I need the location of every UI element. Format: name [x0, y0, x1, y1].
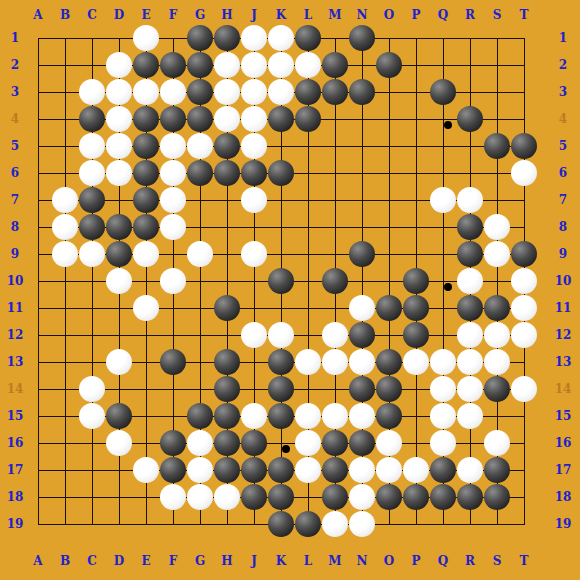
white-stone-R10 — [457, 268, 483, 294]
white-stone-F5 — [160, 133, 186, 159]
white-stone-S12 — [484, 322, 510, 348]
coord-left-8: 8 — [11, 220, 19, 234]
white-stone-N19 — [349, 511, 375, 537]
white-stone-K1 — [268, 25, 294, 51]
white-stone-R17 — [457, 457, 483, 483]
white-stone-Q14 — [430, 376, 456, 402]
black-stone-O13 — [376, 349, 402, 375]
coord-left-4: 4 — [11, 112, 19, 126]
white-stone-E3 — [133, 79, 159, 105]
coord-top-A: A — [33, 8, 42, 22]
black-stone-F2 — [160, 52, 186, 78]
white-stone-J3 — [241, 79, 267, 105]
coord-right-8: 8 — [559, 220, 567, 234]
black-stone-O15 — [376, 403, 402, 429]
coord-right-3: 3 — [559, 85, 567, 99]
black-stone-D8 — [106, 214, 132, 240]
coord-right-4: 4 — [559, 112, 567, 126]
coord-top-T: T — [520, 8, 529, 22]
coord-bottom-A: A — [33, 554, 42, 568]
black-stone-G1 — [187, 25, 213, 51]
black-stone-J17 — [241, 457, 267, 483]
black-stone-R11 — [457, 295, 483, 321]
white-stone-N17 — [349, 457, 375, 483]
black-stone-L1 — [295, 25, 321, 51]
coord-left-17: 17 — [7, 463, 24, 477]
coord-top-O: O — [384, 8, 394, 22]
coord-right-15: 15 — [555, 409, 572, 423]
coord-bottom-M: M — [328, 554, 341, 568]
white-stone-J5 — [241, 133, 267, 159]
black-stone-L19 — [295, 511, 321, 537]
coord-bottom-T: T — [520, 554, 529, 568]
coord-bottom-K: K — [276, 554, 286, 568]
white-stone-H3 — [214, 79, 240, 105]
black-stone-T5 — [511, 133, 537, 159]
white-stone-N15 — [349, 403, 375, 429]
black-stone-F4 — [160, 106, 186, 132]
white-stone-T12 — [511, 322, 537, 348]
black-stone-J16 — [241, 430, 267, 456]
coord-right-17: 17 — [555, 463, 572, 477]
white-stone-J12 — [241, 322, 267, 348]
black-stone-M17 — [322, 457, 348, 483]
black-stone-H1 — [214, 25, 240, 51]
white-stone-T11 — [511, 295, 537, 321]
white-stone-C14 — [79, 376, 105, 402]
coord-bottom-G: G — [195, 554, 205, 568]
black-stone-G15 — [187, 403, 213, 429]
coord-right-12: 12 — [555, 328, 572, 342]
coord-right-10: 10 — [555, 274, 572, 288]
coord-top-H: H — [221, 8, 232, 22]
black-stone-H6 — [214, 160, 240, 186]
coord-right-2: 2 — [559, 58, 567, 72]
coord-bottom-S: S — [493, 554, 502, 568]
white-stone-J2 — [241, 52, 267, 78]
coord-bottom-F: F — [169, 554, 178, 568]
white-stone-C6 — [79, 160, 105, 186]
white-stone-J15 — [241, 403, 267, 429]
white-stone-G16 — [187, 430, 213, 456]
white-stone-S9 — [484, 241, 510, 267]
coord-top-L: L — [304, 8, 312, 22]
black-stone-C4 — [79, 106, 105, 132]
white-stone-C15 — [79, 403, 105, 429]
coord-right-14: 14 — [555, 382, 572, 396]
white-stone-G5 — [187, 133, 213, 159]
white-stone-F10 — [160, 268, 186, 294]
black-stone-E7 — [133, 187, 159, 213]
coord-left-2: 2 — [11, 58, 19, 72]
coord-right-5: 5 — [559, 139, 567, 153]
black-stone-E5 — [133, 133, 159, 159]
coord-top-N: N — [357, 8, 368, 22]
white-stone-F8 — [160, 214, 186, 240]
black-stone-H5 — [214, 133, 240, 159]
coord-left-9: 9 — [11, 247, 19, 261]
white-stone-T6 — [511, 160, 537, 186]
black-stone-F16 — [160, 430, 186, 456]
coord-bottom-E: E — [141, 554, 150, 568]
white-stone-F6 — [160, 160, 186, 186]
black-stone-J6 — [241, 160, 267, 186]
black-stone-M3 — [322, 79, 348, 105]
black-stone-H17 — [214, 457, 240, 483]
black-stone-R8 — [457, 214, 483, 240]
black-stone-N1 — [349, 25, 375, 51]
black-stone-G6 — [187, 160, 213, 186]
white-stone-C3 — [79, 79, 105, 105]
white-stone-D3 — [106, 79, 132, 105]
coord-left-11: 11 — [7, 301, 24, 315]
coord-top-J: J — [251, 8, 257, 22]
coord-left-1: 1 — [11, 31, 19, 45]
black-stone-K10 — [268, 268, 294, 294]
white-stone-C5 — [79, 133, 105, 159]
coord-right-19: 19 — [555, 517, 572, 531]
black-stone-H13 — [214, 349, 240, 375]
white-stone-K2 — [268, 52, 294, 78]
white-stone-C9 — [79, 241, 105, 267]
white-stone-M15 — [322, 403, 348, 429]
coord-right-6: 6 — [559, 166, 567, 180]
black-stone-S5 — [484, 133, 510, 159]
coord-bottom-P: P — [411, 554, 420, 568]
coord-bottom-R: R — [465, 554, 475, 568]
coord-right-11: 11 — [555, 301, 572, 315]
black-stone-N3 — [349, 79, 375, 105]
white-stone-G18 — [187, 484, 213, 510]
coord-left-12: 12 — [7, 328, 24, 342]
black-stone-S18 — [484, 484, 510, 510]
white-stone-Q13 — [430, 349, 456, 375]
black-stone-L3 — [295, 79, 321, 105]
black-stone-K13 — [268, 349, 294, 375]
white-stone-J7 — [241, 187, 267, 213]
coord-top-C: C — [87, 8, 97, 22]
white-stone-L15 — [295, 403, 321, 429]
black-stone-T9 — [511, 241, 537, 267]
black-stone-L4 — [295, 106, 321, 132]
coord-top-B: B — [60, 8, 70, 22]
coord-top-P: P — [411, 8, 420, 22]
coord-left-7: 7 — [11, 193, 19, 207]
coord-top-G: G — [195, 8, 205, 22]
coord-bottom-N: N — [357, 554, 368, 568]
white-stone-N18 — [349, 484, 375, 510]
coord-right-1: 1 — [559, 31, 567, 45]
black-stone-R18 — [457, 484, 483, 510]
coord-bottom-Q: Q — [438, 554, 448, 568]
white-stone-L17 — [295, 457, 321, 483]
coord-top-R: R — [465, 8, 475, 22]
black-stone-E8 — [133, 214, 159, 240]
white-stone-R12 — [457, 322, 483, 348]
black-stone-N12 — [349, 322, 375, 348]
black-stone-Q18 — [430, 484, 456, 510]
white-stone-P13 — [403, 349, 429, 375]
white-stone-D13 — [106, 349, 132, 375]
coord-top-E: E — [141, 8, 150, 22]
white-stone-J1 — [241, 25, 267, 51]
black-stone-R9 — [457, 241, 483, 267]
coord-bottom-O: O — [384, 554, 394, 568]
white-stone-L16 — [295, 430, 321, 456]
coord-top-S: S — [493, 8, 502, 22]
black-stone-E2 — [133, 52, 159, 78]
black-stone-H15 — [214, 403, 240, 429]
white-stone-F3 — [160, 79, 186, 105]
black-stone-S14 — [484, 376, 510, 402]
coord-bottom-D: D — [114, 554, 124, 568]
black-stone-J18 — [241, 484, 267, 510]
white-stone-J4 — [241, 106, 267, 132]
hoshi-point-K16 — [282, 445, 290, 453]
black-stone-P10 — [403, 268, 429, 294]
white-stone-L13 — [295, 349, 321, 375]
black-stone-Q3 — [430, 79, 456, 105]
white-stone-T14 — [511, 376, 537, 402]
coord-left-15: 15 — [7, 409, 24, 423]
black-stone-H11 — [214, 295, 240, 321]
coord-left-18: 18 — [7, 490, 24, 504]
white-stone-K3 — [268, 79, 294, 105]
white-stone-O17 — [376, 457, 402, 483]
white-stone-F18 — [160, 484, 186, 510]
black-stone-O2 — [376, 52, 402, 78]
black-stone-M2 — [322, 52, 348, 78]
white-stone-L2 — [295, 52, 321, 78]
black-stone-K15 — [268, 403, 294, 429]
grid-line-horizontal — [38, 308, 525, 309]
white-stone-J9 — [241, 241, 267, 267]
white-stone-D6 — [106, 160, 132, 186]
white-stone-D5 — [106, 133, 132, 159]
white-stone-N11 — [349, 295, 375, 321]
black-stone-S11 — [484, 295, 510, 321]
black-stone-Q17 — [430, 457, 456, 483]
white-stone-M19 — [322, 511, 348, 537]
black-stone-E4 — [133, 106, 159, 132]
white-stone-Q16 — [430, 430, 456, 456]
white-stone-R13 — [457, 349, 483, 375]
black-stone-O18 — [376, 484, 402, 510]
black-stone-M16 — [322, 430, 348, 456]
white-stone-H18 — [214, 484, 240, 510]
coord-left-16: 16 — [7, 436, 24, 450]
white-stone-G9 — [187, 241, 213, 267]
white-stone-P17 — [403, 457, 429, 483]
coord-left-13: 13 — [7, 355, 24, 369]
coord-bottom-J: J — [251, 554, 257, 568]
white-stone-N13 — [349, 349, 375, 375]
black-stone-K19 — [268, 511, 294, 537]
white-stone-B9 — [52, 241, 78, 267]
black-stone-H16 — [214, 430, 240, 456]
coord-right-9: 9 — [559, 247, 567, 261]
black-stone-O14 — [376, 376, 402, 402]
white-stone-B8 — [52, 214, 78, 240]
black-stone-H14 — [214, 376, 240, 402]
coord-right-7: 7 — [559, 193, 567, 207]
black-stone-P11 — [403, 295, 429, 321]
black-stone-N9 — [349, 241, 375, 267]
coord-left-14: 14 — [7, 382, 24, 396]
black-stone-M10 — [322, 268, 348, 294]
black-stone-D15 — [106, 403, 132, 429]
black-stone-K4 — [268, 106, 294, 132]
white-stone-K12 — [268, 322, 294, 348]
black-stone-K6 — [268, 160, 294, 186]
white-stone-D4 — [106, 106, 132, 132]
coord-top-K: K — [276, 8, 286, 22]
black-stone-O11 — [376, 295, 402, 321]
white-stone-M13 — [322, 349, 348, 375]
black-stone-E6 — [133, 160, 159, 186]
white-stone-E17 — [133, 457, 159, 483]
white-stone-F7 — [160, 187, 186, 213]
black-stone-G3 — [187, 79, 213, 105]
black-stone-S17 — [484, 457, 510, 483]
white-stone-Q15 — [430, 403, 456, 429]
hoshi-point-Q4 — [444, 121, 452, 129]
black-stone-C7 — [79, 187, 105, 213]
white-stone-O16 — [376, 430, 402, 456]
black-stone-N16 — [349, 430, 375, 456]
black-stone-K14 — [268, 376, 294, 402]
black-stone-K17 — [268, 457, 294, 483]
black-stone-M18 — [322, 484, 348, 510]
coord-top-M: M — [328, 8, 341, 22]
coord-bottom-C: C — [87, 554, 97, 568]
white-stone-R7 — [457, 187, 483, 213]
black-stone-C8 — [79, 214, 105, 240]
black-stone-P18 — [403, 484, 429, 510]
go-board[interactable]: AABBCCDDEEFFGGHHJJKKLLMMNNOOPPQQRRSSTT11… — [0, 0, 580, 580]
coord-right-16: 16 — [555, 436, 572, 450]
white-stone-R15 — [457, 403, 483, 429]
coord-left-6: 6 — [11, 166, 19, 180]
white-stone-H2 — [214, 52, 240, 78]
white-stone-S13 — [484, 349, 510, 375]
white-stone-H4 — [214, 106, 240, 132]
white-stone-E11 — [133, 295, 159, 321]
black-stone-R4 — [457, 106, 483, 132]
white-stone-D16 — [106, 430, 132, 456]
coord-top-D: D — [114, 8, 124, 22]
coord-left-10: 10 — [7, 274, 24, 288]
white-stone-E9 — [133, 241, 159, 267]
black-stone-G4 — [187, 106, 213, 132]
coord-left-3: 3 — [11, 85, 19, 99]
white-stone-T10 — [511, 268, 537, 294]
coord-right-18: 18 — [555, 490, 572, 504]
black-stone-K18 — [268, 484, 294, 510]
coord-top-Q: Q — [438, 8, 448, 22]
white-stone-D10 — [106, 268, 132, 294]
coord-bottom-L: L — [304, 554, 312, 568]
white-stone-S8 — [484, 214, 510, 240]
white-stone-B7 — [52, 187, 78, 213]
black-stone-G2 — [187, 52, 213, 78]
coord-left-19: 19 — [7, 517, 24, 531]
black-stone-N14 — [349, 376, 375, 402]
white-stone-M12 — [322, 322, 348, 348]
black-stone-D9 — [106, 241, 132, 267]
white-stone-G17 — [187, 457, 213, 483]
coord-top-F: F — [169, 8, 178, 22]
hoshi-point-Q10 — [444, 283, 452, 291]
coord-bottom-B: B — [60, 554, 70, 568]
coord-left-5: 5 — [11, 139, 19, 153]
coord-bottom-H: H — [221, 554, 232, 568]
white-stone-R14 — [457, 376, 483, 402]
black-stone-F13 — [160, 349, 186, 375]
white-stone-S16 — [484, 430, 510, 456]
white-stone-D2 — [106, 52, 132, 78]
black-stone-F17 — [160, 457, 186, 483]
black-stone-P12 — [403, 322, 429, 348]
white-stone-Q7 — [430, 187, 456, 213]
white-stone-E1 — [133, 25, 159, 51]
coord-right-13: 13 — [555, 355, 572, 369]
